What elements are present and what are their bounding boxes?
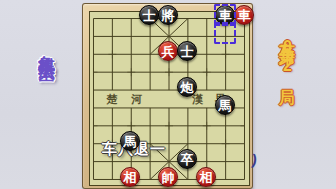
left-banner-title: 象棋杀法大全 [38, 41, 55, 53]
xiangqi-piece-black[interactable]: 馬 [215, 95, 235, 115]
xiangqi-piece-black[interactable]: 卒 [177, 149, 197, 169]
xiangqi-piece-red[interactable]: 帥 [158, 167, 178, 187]
corner-squiggle: ) [251, 151, 258, 169]
river-label: 楚 [107, 92, 118, 107]
right-banner-title: 车马兵第02局 [279, 30, 295, 78]
xiangqi-piece-red[interactable]: 相 [120, 167, 140, 187]
video-frame: 象棋杀法大全 车马兵第02局 楚河漢界 士將車車兵士炮馬馬卒相帥相 车八退一 ) [0, 0, 336, 189]
xiangqi-piece-black[interactable]: 馬 [120, 131, 140, 151]
board-field[interactable]: 楚河漢界 士將車車兵士炮馬馬卒相帥相 [89, 11, 250, 186]
xiangqi-piece-black[interactable]: 士 [177, 41, 197, 61]
river-label: 河 [131, 92, 142, 107]
xiangqi-piece-black[interactable]: 士 [139, 5, 159, 25]
xiangqi-piece-black[interactable]: 炮 [177, 77, 197, 97]
xiangqi-piece-black[interactable]: 將 [158, 5, 178, 25]
xiangqi-piece-red[interactable]: 車 [234, 5, 254, 25]
xiangqi-piece-black[interactable]: 車 [215, 5, 235, 25]
xiangqi-board[interactable]: 楚河漢界 士將車車兵士炮馬馬卒相帥相 [82, 3, 253, 189]
xiangqi-piece-red[interactable]: 相 [196, 167, 216, 187]
xiangqi-piece-red[interactable]: 兵 [158, 41, 178, 61]
